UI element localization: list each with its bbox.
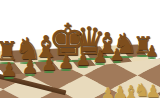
dark-pawn-7[interactable]: ♟: [109, 47, 125, 63]
dark-pawn-8[interactable]: ♟: [145, 44, 160, 59]
dark-pawn-6[interactable]: ♟: [92, 48, 109, 65]
pieces-layer: ♜♞♝♚♛♝♞♜♟♟♟♟♟♟♟♟♟♟♝♞♟: [0, 0, 160, 98]
dark-pawn-2[interactable]: ♟: [21, 57, 40, 76]
dark-pawn-5[interactable]: ♟: [75, 51, 92, 68]
chess-set-photo: ♜♞♝♚♛♝♞♜♟♟♟♟♟♟♟♟♟♟♝♞♟: [0, 0, 160, 98]
dark-pawn-1[interactable]: ♟: [0, 60, 19, 79]
light-pawn-3[interactable]: ♟: [145, 83, 161, 98]
dark-pawn-3[interactable]: ♟: [40, 55, 58, 73]
dark-pawn-4[interactable]: ♟: [57, 53, 75, 71]
